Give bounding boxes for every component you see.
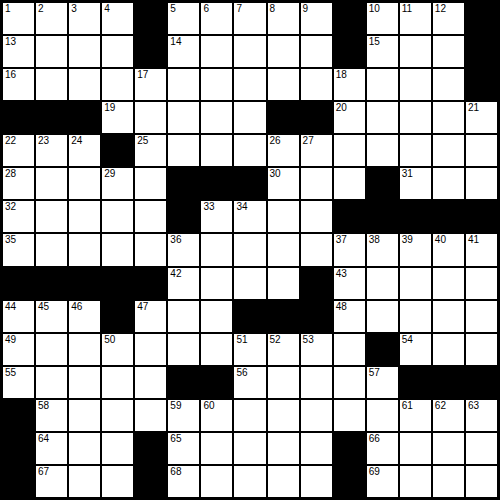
white-square[interactable] bbox=[301, 201, 332, 232]
black-square bbox=[301, 102, 332, 133]
white-square[interactable] bbox=[201, 69, 232, 100]
white-square[interactable]: 44 bbox=[3, 301, 34, 332]
clue-number: 45 bbox=[38, 301, 49, 313]
clue-number: 52 bbox=[270, 334, 281, 346]
clue-number: 25 bbox=[137, 135, 148, 147]
white-square[interactable] bbox=[268, 234, 299, 265]
white-square[interactable] bbox=[234, 102, 265, 133]
black-square bbox=[102, 135, 133, 166]
black-square bbox=[36, 102, 67, 133]
white-square[interactable] bbox=[466, 268, 497, 299]
white-square[interactable] bbox=[135, 168, 166, 199]
white-square[interactable]: 35 bbox=[3, 234, 34, 265]
clue-number: 6 bbox=[203, 3, 209, 15]
clue-number: 14 bbox=[170, 36, 181, 48]
black-square bbox=[400, 201, 431, 232]
white-square[interactable] bbox=[433, 301, 464, 332]
white-square[interactable]: 50 bbox=[102, 334, 133, 365]
clue-number: 51 bbox=[236, 334, 247, 346]
white-square[interactable] bbox=[36, 168, 67, 199]
clue-number: 57 bbox=[369, 367, 380, 379]
white-square[interactable] bbox=[268, 433, 299, 464]
clue-number: 31 bbox=[402, 168, 413, 180]
white-square[interactable]: 64 bbox=[36, 433, 67, 464]
clue-number: 67 bbox=[38, 466, 49, 478]
clue-number: 28 bbox=[5, 168, 16, 180]
white-square[interactable]: 4 bbox=[102, 3, 133, 34]
black-square bbox=[69, 102, 100, 133]
white-square[interactable] bbox=[400, 433, 431, 464]
white-square[interactable] bbox=[201, 433, 232, 464]
clue-number: 62 bbox=[435, 400, 446, 412]
white-square[interactable]: 48 bbox=[334, 301, 365, 332]
clue-number: 27 bbox=[303, 135, 314, 147]
white-square[interactable]: 2 bbox=[36, 3, 67, 34]
white-square[interactable]: 68 bbox=[168, 466, 199, 497]
clue-number: 13 bbox=[5, 36, 16, 48]
clue-number: 22 bbox=[5, 135, 16, 147]
white-square[interactable] bbox=[301, 466, 332, 497]
white-square[interactable]: 55 bbox=[3, 367, 34, 398]
clue-number: 54 bbox=[402, 334, 413, 346]
white-square[interactable] bbox=[201, 268, 232, 299]
white-square[interactable]: 61 bbox=[400, 400, 431, 431]
clue-number: 18 bbox=[336, 69, 347, 81]
white-square[interactable] bbox=[334, 367, 365, 398]
white-square[interactable] bbox=[268, 400, 299, 431]
white-square[interactable]: 5 bbox=[168, 3, 199, 34]
white-square[interactable]: 20 bbox=[334, 102, 365, 133]
white-square[interactable] bbox=[268, 268, 299, 299]
white-square[interactable]: 39 bbox=[400, 234, 431, 265]
white-square[interactable]: 19 bbox=[102, 102, 133, 133]
white-square[interactable] bbox=[69, 400, 100, 431]
white-square[interactable] bbox=[400, 135, 431, 166]
white-square[interactable]: 34 bbox=[234, 201, 265, 232]
clue-number: 2 bbox=[38, 3, 44, 15]
black-square bbox=[433, 367, 464, 398]
black-square bbox=[466, 36, 497, 67]
clue-number: 65 bbox=[170, 433, 181, 445]
clue-number: 60 bbox=[203, 400, 214, 412]
white-square[interactable]: 8 bbox=[268, 3, 299, 34]
clue-number: 35 bbox=[5, 234, 16, 246]
white-square[interactable]: 62 bbox=[433, 400, 464, 431]
black-square bbox=[334, 433, 365, 464]
white-square[interactable] bbox=[234, 400, 265, 431]
black-square bbox=[3, 268, 34, 299]
white-square[interactable]: 21 bbox=[466, 102, 497, 133]
white-square[interactable] bbox=[433, 268, 464, 299]
white-square[interactable] bbox=[102, 400, 133, 431]
clue-number: 9 bbox=[303, 3, 309, 15]
white-square[interactable] bbox=[400, 36, 431, 67]
white-square[interactable] bbox=[234, 268, 265, 299]
white-square[interactable] bbox=[69, 433, 100, 464]
white-square[interactable] bbox=[201, 102, 232, 133]
white-square[interactable] bbox=[168, 334, 199, 365]
clue-number: 20 bbox=[336, 102, 347, 114]
white-square[interactable] bbox=[69, 234, 100, 265]
white-square[interactable]: 31 bbox=[400, 168, 431, 199]
black-square bbox=[135, 3, 166, 34]
clue-number: 26 bbox=[270, 135, 281, 147]
white-square[interactable] bbox=[135, 334, 166, 365]
white-square[interactable] bbox=[135, 367, 166, 398]
clue-number: 39 bbox=[402, 234, 413, 246]
white-square[interactable] bbox=[334, 400, 365, 431]
white-square[interactable] bbox=[201, 36, 232, 67]
white-square[interactable]: 29 bbox=[102, 168, 133, 199]
white-square[interactable]: 28 bbox=[3, 168, 34, 199]
white-square[interactable] bbox=[301, 433, 332, 464]
clue-number: 40 bbox=[435, 234, 446, 246]
white-square[interactable] bbox=[69, 334, 100, 365]
clue-number: 48 bbox=[336, 301, 347, 313]
white-square[interactable]: 43 bbox=[334, 268, 365, 299]
black-square bbox=[334, 36, 365, 67]
white-square[interactable] bbox=[301, 400, 332, 431]
white-square[interactable] bbox=[400, 69, 431, 100]
black-square bbox=[466, 201, 497, 232]
black-square bbox=[3, 400, 34, 431]
white-square[interactable] bbox=[400, 466, 431, 497]
white-square[interactable]: 12 bbox=[433, 3, 464, 34]
white-square[interactable]: 51 bbox=[234, 334, 265, 365]
clue-number: 59 bbox=[170, 400, 181, 412]
black-square bbox=[334, 201, 365, 232]
white-square[interactable] bbox=[268, 367, 299, 398]
white-square[interactable]: 10 bbox=[367, 3, 398, 34]
black-square bbox=[234, 168, 265, 199]
clue-number: 41 bbox=[468, 234, 479, 246]
white-square[interactable]: 60 bbox=[201, 400, 232, 431]
clue-number: 43 bbox=[336, 268, 347, 280]
clue-number: 16 bbox=[5, 69, 16, 81]
white-square[interactable] bbox=[466, 168, 497, 199]
clue-number: 7 bbox=[236, 3, 242, 15]
black-square bbox=[301, 268, 332, 299]
white-square[interactable] bbox=[367, 301, 398, 332]
white-square[interactable] bbox=[367, 69, 398, 100]
white-square[interactable]: 49 bbox=[3, 334, 34, 365]
white-square[interactable]: 52 bbox=[268, 334, 299, 365]
white-square[interactable] bbox=[234, 135, 265, 166]
white-square[interactable]: 56 bbox=[234, 367, 265, 398]
clue-number: 44 bbox=[5, 301, 16, 313]
white-square[interactable] bbox=[433, 36, 464, 67]
white-square[interactable]: 66 bbox=[367, 433, 398, 464]
black-square bbox=[367, 201, 398, 232]
white-square[interactable]: 9 bbox=[301, 3, 332, 34]
white-square[interactable] bbox=[433, 433, 464, 464]
clue-number: 15 bbox=[369, 36, 380, 48]
white-square[interactable]: 47 bbox=[135, 301, 166, 332]
white-square[interactable] bbox=[433, 135, 464, 166]
clue-number: 11 bbox=[402, 3, 412, 15]
clue-number: 68 bbox=[170, 466, 181, 478]
white-square[interactable] bbox=[36, 69, 67, 100]
white-square[interactable] bbox=[268, 466, 299, 497]
black-square bbox=[36, 268, 67, 299]
black-square bbox=[334, 466, 365, 497]
clue-number: 55 bbox=[5, 367, 16, 379]
white-square[interactable]: 54 bbox=[400, 334, 431, 365]
white-square[interactable] bbox=[301, 36, 332, 67]
white-square[interactable]: 53 bbox=[301, 334, 332, 365]
white-square[interactable] bbox=[69, 466, 100, 497]
white-square[interactable] bbox=[36, 234, 67, 265]
white-square[interactable] bbox=[168, 135, 199, 166]
white-square[interactable] bbox=[234, 433, 265, 464]
black-square bbox=[466, 367, 497, 398]
white-square[interactable] bbox=[433, 168, 464, 199]
white-square[interactable] bbox=[367, 400, 398, 431]
clue-number: 36 bbox=[170, 234, 181, 246]
white-square[interactable]: 7 bbox=[234, 3, 265, 34]
white-square[interactable] bbox=[135, 400, 166, 431]
white-square[interactable] bbox=[301, 367, 332, 398]
white-square[interactable] bbox=[466, 301, 497, 332]
white-square[interactable]: 14 bbox=[168, 36, 199, 67]
white-square[interactable] bbox=[367, 268, 398, 299]
clue-number: 46 bbox=[71, 301, 82, 313]
white-square[interactable] bbox=[201, 135, 232, 166]
white-square[interactable]: 23 bbox=[36, 135, 67, 166]
black-square bbox=[367, 334, 398, 365]
black-square bbox=[433, 201, 464, 232]
clue-number: 21 bbox=[468, 102, 479, 114]
clue-number: 42 bbox=[170, 268, 181, 280]
white-square[interactable] bbox=[36, 201, 67, 232]
white-square[interactable] bbox=[102, 36, 133, 67]
white-square[interactable]: 63 bbox=[466, 400, 497, 431]
black-square bbox=[466, 69, 497, 100]
white-square[interactable]: 26 bbox=[268, 135, 299, 166]
clue-number: 66 bbox=[369, 433, 380, 445]
black-square bbox=[135, 268, 166, 299]
white-square[interactable] bbox=[135, 201, 166, 232]
white-square[interactable] bbox=[36, 367, 67, 398]
black-square bbox=[400, 367, 431, 398]
white-square[interactable] bbox=[168, 102, 199, 133]
black-square bbox=[168, 201, 199, 232]
white-square[interactable] bbox=[334, 168, 365, 199]
white-square[interactable]: 69 bbox=[367, 466, 398, 497]
white-square[interactable] bbox=[334, 135, 365, 166]
white-square[interactable]: 18 bbox=[334, 69, 365, 100]
white-square[interactable] bbox=[36, 36, 67, 67]
white-square[interactable] bbox=[102, 433, 133, 464]
clue-number: 32 bbox=[5, 201, 16, 213]
black-square bbox=[102, 268, 133, 299]
clue-number: 34 bbox=[236, 201, 247, 213]
clue-number: 17 bbox=[137, 69, 148, 81]
white-square[interactable]: 65 bbox=[168, 433, 199, 464]
white-square[interactable] bbox=[36, 334, 67, 365]
white-square[interactable]: 27 bbox=[301, 135, 332, 166]
white-square[interactable] bbox=[466, 334, 497, 365]
white-square[interactable] bbox=[268, 201, 299, 232]
clue-number: 58 bbox=[38, 400, 49, 412]
white-square[interactable] bbox=[367, 135, 398, 166]
white-square[interactable] bbox=[102, 234, 133, 265]
white-square[interactable] bbox=[234, 36, 265, 67]
clue-number: 47 bbox=[137, 301, 148, 313]
clue-number: 10 bbox=[369, 3, 380, 15]
white-square[interactable] bbox=[301, 234, 332, 265]
clue-number: 49 bbox=[5, 334, 16, 346]
black-square bbox=[135, 36, 166, 67]
crossword-board: 1234567891011121314151617181920212223242… bbox=[0, 0, 500, 500]
clue-number: 5 bbox=[170, 3, 176, 15]
white-square[interactable] bbox=[400, 301, 431, 332]
white-square[interactable] bbox=[168, 301, 199, 332]
white-square[interactable]: 22 bbox=[3, 135, 34, 166]
white-square[interactable]: 6 bbox=[201, 3, 232, 34]
white-square[interactable] bbox=[367, 102, 398, 133]
white-square[interactable] bbox=[268, 69, 299, 100]
white-square[interactable] bbox=[135, 234, 166, 265]
white-square[interactable] bbox=[433, 334, 464, 365]
white-square[interactable] bbox=[400, 102, 431, 133]
black-square bbox=[466, 3, 497, 34]
white-square[interactable] bbox=[102, 201, 133, 232]
white-square[interactable] bbox=[466, 135, 497, 166]
white-square[interactable]: 57 bbox=[367, 367, 398, 398]
black-square bbox=[301, 301, 332, 332]
white-square[interactable] bbox=[433, 466, 464, 497]
white-square[interactable] bbox=[234, 466, 265, 497]
black-square bbox=[168, 168, 199, 199]
black-square bbox=[69, 268, 100, 299]
white-square[interactable] bbox=[69, 36, 100, 67]
black-square bbox=[268, 102, 299, 133]
black-square bbox=[334, 3, 365, 34]
black-square bbox=[367, 168, 398, 199]
white-square[interactable]: 32 bbox=[3, 201, 34, 232]
clue-number: 3 bbox=[71, 3, 77, 15]
clue-number: 38 bbox=[369, 234, 380, 246]
clue-number: 63 bbox=[468, 400, 479, 412]
white-square[interactable] bbox=[102, 367, 133, 398]
clue-number: 64 bbox=[38, 433, 49, 445]
white-square[interactable]: 41 bbox=[466, 234, 497, 265]
white-square[interactable] bbox=[433, 69, 464, 100]
black-square bbox=[135, 433, 166, 464]
white-square[interactable]: 25 bbox=[135, 135, 166, 166]
clue-number: 19 bbox=[104, 102, 115, 114]
white-square[interactable]: 38 bbox=[367, 234, 398, 265]
white-square[interactable]: 46 bbox=[69, 301, 100, 332]
white-square[interactable] bbox=[301, 168, 332, 199]
white-square[interactable]: 3 bbox=[69, 3, 100, 34]
clue-number: 4 bbox=[104, 3, 110, 15]
white-square[interactable] bbox=[201, 466, 232, 497]
white-square[interactable] bbox=[201, 334, 232, 365]
white-square[interactable]: 13 bbox=[3, 36, 34, 67]
white-square[interactable]: 1 bbox=[3, 3, 34, 34]
clue-number: 1 bbox=[5, 3, 11, 15]
clue-number: 29 bbox=[104, 168, 115, 180]
clue-number: 56 bbox=[236, 367, 247, 379]
white-square[interactable] bbox=[334, 334, 365, 365]
white-square[interactable] bbox=[69, 168, 100, 199]
white-square[interactable] bbox=[466, 433, 497, 464]
white-square[interactable]: 17 bbox=[135, 69, 166, 100]
black-square bbox=[102, 301, 133, 332]
black-square bbox=[168, 367, 199, 398]
white-square[interactable] bbox=[102, 69, 133, 100]
clue-number: 24 bbox=[71, 135, 82, 147]
black-square bbox=[135, 466, 166, 497]
white-square[interactable]: 37 bbox=[334, 234, 365, 265]
black-square bbox=[268, 301, 299, 332]
white-square[interactable] bbox=[466, 466, 497, 497]
black-square bbox=[3, 433, 34, 464]
white-square[interactable] bbox=[69, 201, 100, 232]
white-square[interactable] bbox=[201, 234, 232, 265]
white-square[interactable] bbox=[69, 367, 100, 398]
black-square bbox=[201, 367, 232, 398]
clue-number: 50 bbox=[104, 334, 115, 346]
white-square[interactable] bbox=[268, 36, 299, 67]
white-square[interactable]: 58 bbox=[36, 400, 67, 431]
white-square[interactable] bbox=[168, 69, 199, 100]
white-square[interactable]: 30 bbox=[268, 168, 299, 199]
clue-number: 33 bbox=[203, 201, 214, 213]
white-square[interactable]: 15 bbox=[367, 36, 398, 67]
white-square[interactable] bbox=[433, 102, 464, 133]
clue-number: 8 bbox=[270, 3, 276, 15]
clue-number: 37 bbox=[336, 234, 347, 246]
black-square bbox=[3, 102, 34, 133]
white-square[interactable]: 33 bbox=[201, 201, 232, 232]
clue-number: 61 bbox=[402, 400, 413, 412]
white-square[interactable]: 42 bbox=[168, 268, 199, 299]
white-square[interactable] bbox=[234, 69, 265, 100]
white-square[interactable]: 16 bbox=[3, 69, 34, 100]
white-square[interactable]: 24 bbox=[69, 135, 100, 166]
white-square[interactable] bbox=[400, 268, 431, 299]
white-square[interactable]: 59 bbox=[168, 400, 199, 431]
white-square[interactable]: 40 bbox=[433, 234, 464, 265]
white-square[interactable]: 45 bbox=[36, 301, 67, 332]
white-square[interactable] bbox=[301, 69, 332, 100]
white-square[interactable] bbox=[135, 102, 166, 133]
white-square[interactable] bbox=[102, 466, 133, 497]
clue-number: 23 bbox=[38, 135, 49, 147]
clue-number: 30 bbox=[270, 168, 281, 180]
black-square bbox=[3, 466, 34, 497]
white-square[interactable]: 36 bbox=[168, 234, 199, 265]
clue-number: 69 bbox=[369, 466, 380, 478]
white-square[interactable]: 11 bbox=[400, 3, 431, 34]
black-square bbox=[234, 301, 265, 332]
clue-number: 53 bbox=[303, 334, 314, 346]
white-square[interactable] bbox=[234, 234, 265, 265]
clue-number: 12 bbox=[435, 3, 446, 15]
white-square[interactable]: 67 bbox=[36, 466, 67, 497]
white-square[interactable] bbox=[201, 301, 232, 332]
black-square bbox=[201, 168, 232, 199]
white-square[interactable] bbox=[69, 69, 100, 100]
